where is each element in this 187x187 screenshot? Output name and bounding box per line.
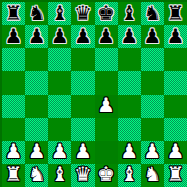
piece-white-pawn[interactable]: ♟ [5,141,23,161]
piece-black-pawn[interactable]: ♟ [166,26,184,46]
square-b4[interactable] [25,95,48,118]
square-e5[interactable] [95,71,118,94]
piece-white-pawn[interactable]: ♟ [74,141,92,161]
square-a5[interactable] [2,71,25,94]
square-f3[interactable] [118,118,141,141]
square-b1[interactable]: ♞ [25,164,48,187]
piece-white-bishop[interactable]: ♝ [120,164,138,184]
piece-white-queen[interactable]: ♛ [74,164,92,184]
square-f4[interactable] [118,95,141,118]
piece-black-pawn[interactable]: ♟ [28,26,46,46]
square-d6[interactable] [71,48,94,71]
square-e2[interactable] [95,141,118,164]
piece-black-pawn[interactable]: ♟ [143,26,161,46]
square-a2[interactable]: ♟ [2,141,25,164]
square-b7[interactable]: ♟ [25,25,48,48]
square-f6[interactable] [118,48,141,71]
square-b5[interactable] [25,71,48,94]
square-c5[interactable] [48,71,71,94]
square-h6[interactable] [164,48,187,71]
piece-black-rook[interactable]: ♜ [166,3,184,23]
piece-black-pawn[interactable]: ♟ [51,26,69,46]
square-d2[interactable]: ♟ [71,141,94,164]
piece-black-king[interactable]: ♚ [97,3,115,23]
piece-white-pawn[interactable]: ♟ [143,141,161,161]
piece-white-pawn[interactable]: ♟ [166,141,184,161]
square-c1[interactable]: ♝ [48,164,71,187]
piece-white-pawn[interactable]: ♟ [51,141,69,161]
square-h4[interactable] [164,95,187,118]
square-c8[interactable]: ♝ [48,2,71,25]
piece-white-rook[interactable]: ♜ [166,164,184,184]
square-c6[interactable] [48,48,71,71]
square-f2[interactable]: ♟ [118,141,141,164]
square-f1[interactable]: ♝ [118,164,141,187]
piece-white-pawn[interactable]: ♟ [28,141,46,161]
square-c2[interactable]: ♟ [48,141,71,164]
square-g1[interactable]: ♞ [141,164,164,187]
piece-black-bishop[interactable]: ♝ [51,3,69,23]
piece-black-knight[interactable]: ♞ [143,3,161,23]
piece-black-pawn[interactable]: ♟ [74,26,92,46]
square-d3[interactable] [71,118,94,141]
piece-black-queen[interactable]: ♛ [74,3,92,23]
square-h3[interactable] [164,118,187,141]
square-e3[interactable] [95,118,118,141]
square-d7[interactable]: ♟ [71,25,94,48]
square-a7[interactable]: ♟ [2,25,25,48]
piece-black-rook[interactable]: ♜ [5,3,23,23]
square-c4[interactable] [48,95,71,118]
chess-app-window: ♜♞♝♛♚♝♞♜♟♟♟♟♟♟♟♟♟♟♟♟♟♟♟♟♜♞♝♛♚♝♞♜ [0,0,187,187]
square-d5[interactable] [71,71,94,94]
square-d8[interactable]: ♛ [71,2,94,25]
square-e1[interactable]: ♚ [95,164,118,187]
piece-white-knight[interactable]: ♞ [28,164,46,184]
chess-board: ♜♞♝♛♚♝♞♜♟♟♟♟♟♟♟♟♟♟♟♟♟♟♟♟♜♞♝♛♚♝♞♜ [0,0,187,187]
square-g8[interactable]: ♞ [141,2,164,25]
piece-white-bishop[interactable]: ♝ [51,164,69,184]
square-g5[interactable] [141,71,164,94]
square-g2[interactable]: ♟ [141,141,164,164]
square-b8[interactable]: ♞ [25,2,48,25]
square-h8[interactable]: ♜ [164,2,187,25]
square-a3[interactable] [2,118,25,141]
piece-white-pawn[interactable]: ♟ [97,95,115,115]
square-a4[interactable] [2,95,25,118]
square-e6[interactable] [95,48,118,71]
square-b2[interactable]: ♟ [25,141,48,164]
square-g6[interactable] [141,48,164,71]
piece-black-pawn[interactable]: ♟ [97,26,115,46]
piece-black-pawn[interactable]: ♟ [120,26,138,46]
square-e8[interactable]: ♚ [95,2,118,25]
square-b3[interactable] [25,118,48,141]
piece-black-pawn[interactable]: ♟ [5,26,23,46]
piece-black-knight[interactable]: ♞ [28,3,46,23]
square-f8[interactable]: ♝ [118,2,141,25]
square-h1[interactable]: ♜ [164,164,187,187]
square-b6[interactable] [25,48,48,71]
square-g4[interactable] [141,95,164,118]
piece-white-king[interactable]: ♚ [97,164,115,184]
square-f5[interactable] [118,71,141,94]
square-h5[interactable] [164,71,187,94]
square-h2[interactable]: ♟ [164,141,187,164]
square-e7[interactable]: ♟ [95,25,118,48]
square-h7[interactable]: ♟ [164,25,187,48]
piece-white-knight[interactable]: ♞ [143,164,161,184]
square-c3[interactable] [48,118,71,141]
square-f7[interactable]: ♟ [118,25,141,48]
square-g7[interactable]: ♟ [141,25,164,48]
piece-white-rook[interactable]: ♜ [5,164,23,184]
square-a8[interactable]: ♜ [2,2,25,25]
square-e4[interactable]: ♟ [95,95,118,118]
square-g3[interactable] [141,118,164,141]
square-a1[interactable]: ♜ [2,164,25,187]
square-a6[interactable] [2,48,25,71]
piece-black-bishop[interactable]: ♝ [120,3,138,23]
piece-white-pawn[interactable]: ♟ [120,141,138,161]
square-d1[interactable]: ♛ [71,164,94,187]
square-c7[interactable]: ♟ [48,25,71,48]
square-d4[interactable] [71,95,94,118]
